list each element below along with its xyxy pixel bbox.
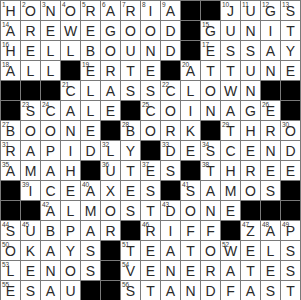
grid-cell[interactable]: L — [81, 81, 101, 101]
grid-cell[interactable]: 22C — [161, 81, 181, 101]
grid-cell[interactable]: E — [141, 61, 161, 81]
grid-cell[interactable]: S — [281, 261, 301, 281]
cell-letter: R — [241, 163, 260, 180]
grid-cell[interactable]: D — [161, 41, 181, 61]
cell-letter: L — [101, 143, 120, 160]
grid-cell[interactable]: 43D — [161, 201, 181, 221]
grid-cell[interactable]: 24C — [41, 101, 61, 121]
cell-letter: X — [101, 183, 120, 200]
black-cell — [181, 41, 201, 61]
cell-letter: N — [241, 23, 260, 40]
grid-cell[interactable]: 5R — [81, 1, 101, 21]
grid-cell[interactable]: S — [81, 241, 101, 261]
grid-cell[interactable]: T — [281, 281, 301, 300]
grid-cell[interactable]: R — [101, 61, 121, 81]
grid-cell[interactable]: 34S — [201, 141, 221, 161]
cell-letter: T — [141, 203, 160, 220]
cell-letter: E — [141, 263, 160, 280]
cell-letter: E — [61, 183, 80, 200]
grid-cell[interactable]: X — [101, 181, 121, 201]
grid-cell[interactable]: E — [101, 101, 121, 121]
cell-letter: S — [81, 243, 100, 260]
grid-cell[interactable]: 31R — [1, 141, 21, 161]
black-cell — [261, 81, 281, 101]
grid-cell[interactable]: 17E — [201, 41, 221, 61]
cell-letter: S — [21, 103, 40, 120]
cell-letter: N — [241, 83, 260, 100]
grid-cell[interactable]: R — [101, 221, 121, 241]
grid-cell[interactable]: 3N — [41, 1, 61, 21]
grid-cell[interactable]: 37E — [141, 161, 161, 181]
grid-cell[interactable]: E — [81, 121, 101, 141]
grid-cell[interactable]: H — [221, 161, 241, 181]
cell-letter: E — [141, 63, 160, 80]
grid-cell[interactable]: 10J — [221, 1, 241, 21]
grid-cell[interactable]: E — [181, 141, 201, 161]
grid-cell[interactable]: E — [61, 181, 81, 201]
cell-letter: E — [81, 63, 100, 80]
grid-cell[interactable]: E — [241, 241, 261, 261]
grid-cell[interactable]: L — [41, 41, 61, 61]
grid-cell[interactable]: 15G — [201, 21, 221, 41]
grid-cell[interactable]: 19E — [81, 61, 101, 81]
grid-cell[interactable]: U — [61, 281, 81, 300]
cell-letter: S — [121, 203, 140, 220]
grid-cell[interactable]: W — [61, 21, 81, 41]
cell-letter: E — [121, 183, 140, 200]
grid-cell[interactable]: 41S — [181, 181, 201, 201]
grid-cell[interactable]: P — [41, 141, 61, 161]
cell-letter: O — [201, 83, 220, 100]
grid-cell[interactable]: E — [121, 181, 141, 201]
grid-cell[interactable]: 39I — [21, 181, 41, 201]
grid-cell[interactable]: O — [121, 21, 141, 41]
cell-letter: D — [161, 143, 180, 160]
cell-letter: E — [221, 203, 240, 220]
black-cell — [281, 101, 301, 121]
cell-letter: S — [261, 183, 280, 200]
grid-cell[interactable]: 47Z — [241, 221, 261, 241]
grid-cell[interactable]: N — [61, 121, 81, 141]
black-cell — [21, 201, 41, 221]
black-cell — [281, 181, 301, 201]
cell-letter: N — [261, 63, 280, 80]
grid-cell[interactable]: A — [41, 241, 61, 261]
grid-cell[interactable]: H — [241, 121, 261, 141]
grid-cell[interactable]: N — [141, 41, 161, 61]
cell-letter: D — [161, 203, 180, 220]
grid-cell[interactable]: O — [161, 101, 181, 121]
cell-letter: O — [141, 23, 160, 40]
grid-cell[interactable]: O — [201, 241, 221, 261]
grid-cell[interactable]: I — [261, 21, 281, 41]
grid-cell[interactable]: T — [221, 61, 241, 81]
grid-cell[interactable]: Y — [281, 41, 301, 61]
grid-cell[interactable]: N — [201, 101, 221, 121]
cell-letter: S — [261, 283, 280, 300]
grid-cell[interactable]: G — [241, 101, 261, 121]
grid-cell[interactable]: W — [221, 81, 241, 101]
grid-cell[interactable]: 35A — [1, 161, 21, 181]
grid-cell[interactable]: S — [81, 261, 101, 281]
grid-cell[interactable]: N — [241, 21, 261, 41]
cell-letter: U — [121, 43, 140, 60]
grid-cell[interactable]: B — [41, 221, 61, 241]
cell-letter: O — [21, 123, 40, 140]
grid-cell[interactable]: 30O — [281, 121, 301, 141]
cell-letter: A — [1, 63, 20, 80]
grid-cell[interactable]: S — [141, 81, 161, 101]
grid-cell[interactable]: K — [21, 241, 41, 261]
black-cell — [261, 201, 281, 221]
grid-cell[interactable]: T — [181, 241, 201, 261]
grid-cell[interactable]: T — [141, 201, 161, 221]
cell-letter: E — [261, 103, 280, 120]
grid-cell[interactable]: 44S — [1, 221, 21, 241]
grid-cell[interactable]: D — [201, 281, 221, 300]
grid-cell[interactable]: S — [21, 281, 41, 300]
grid-cell[interactable]: 4O — [61, 1, 81, 21]
cell-letter: L — [61, 203, 80, 220]
grid-cell[interactable]: 23S — [21, 101, 41, 121]
grid-cell[interactable]: S — [121, 201, 141, 221]
grid-cell[interactable]: 40A — [81, 181, 101, 201]
cell-letter: S — [281, 3, 300, 20]
grid-cell[interactable]: M — [21, 161, 41, 181]
grid-cell[interactable]: S — [261, 181, 281, 201]
cell-letter: N — [181, 283, 200, 300]
cell-letter: A — [161, 243, 180, 260]
grid-cell[interactable]: O — [21, 121, 41, 141]
grid-cell[interactable]: N — [41, 261, 61, 281]
grid-cell[interactable]: L — [61, 41, 81, 61]
grid-cell[interactable]: A — [41, 281, 61, 300]
grid-cell[interactable]: 46R — [141, 221, 161, 241]
grid-cell[interactable]: 49P — [281, 221, 301, 241]
grid-cell[interactable]: A — [61, 101, 81, 121]
cell-letter: A — [101, 3, 120, 20]
cell-letter: A — [221, 103, 240, 120]
black-cell — [81, 161, 101, 181]
grid-cell[interactable]: 6A — [101, 1, 121, 21]
grid-cell[interactable]: E — [281, 61, 301, 81]
cell-letter: I — [181, 103, 200, 120]
cell-letter: R — [21, 23, 40, 40]
cell-letter: I — [61, 143, 80, 160]
grid-cell[interactable]: T — [141, 281, 161, 300]
grid-cell[interactable]: I — [161, 221, 181, 241]
grid-cell[interactable]: S — [121, 81, 141, 101]
grid-cell[interactable]: 18A — [1, 61, 21, 81]
black-cell — [121, 221, 141, 241]
grid-cell[interactable]: Y — [61, 241, 81, 261]
cell-letter: H — [241, 123, 260, 140]
grid-cell[interactable]: E — [261, 161, 281, 181]
grid-cell[interactable]: O — [241, 181, 261, 201]
grid-cell[interactable]: E — [241, 141, 261, 161]
grid-cell[interactable]: S — [261, 281, 281, 300]
cell-letter: C — [61, 83, 80, 100]
cell-letter: E — [101, 103, 120, 120]
grid-cell[interactable]: A — [221, 261, 241, 281]
cell-letter: R — [1, 143, 20, 160]
cell-letter: Z — [241, 223, 260, 240]
grid-cell[interactable]: 8I — [141, 1, 161, 21]
cell-letter: R — [101, 223, 120, 240]
grid-cell[interactable]: O — [141, 21, 161, 41]
grid-cell[interactable]: A — [201, 181, 221, 201]
cell-letter: R — [141, 223, 160, 240]
grid-cell[interactable]: U — [121, 41, 141, 61]
grid-cell[interactable]: 51T — [121, 241, 141, 261]
grid-cell[interactable]: 36U — [101, 161, 121, 181]
grid-cell[interactable]: L — [61, 201, 81, 221]
black-cell — [201, 1, 221, 21]
grid-cell[interactable]: C — [221, 141, 241, 161]
cell-letter: T — [121, 63, 140, 80]
cell-letter: M — [21, 163, 40, 180]
cell-letter: W — [221, 243, 240, 260]
cell-letter: P — [41, 143, 60, 160]
grid-cell[interactable]: E — [21, 41, 41, 61]
grid-cell[interactable]: O — [101, 41, 121, 61]
cell-letter: P — [281, 223, 300, 240]
grid-cell[interactable]: S — [241, 41, 261, 61]
grid-cell[interactable]: O — [181, 201, 201, 221]
grid-cell[interactable]: T — [241, 261, 261, 281]
grid-cell[interactable]: E — [81, 21, 101, 41]
black-cell — [241, 201, 261, 221]
grid-cell[interactable]: F — [201, 221, 221, 241]
cell-letter: D — [201, 283, 220, 300]
grid-cell[interactable]: R — [21, 21, 41, 41]
grid-cell[interactable]: E — [281, 161, 301, 181]
grid-cell[interactable]: O — [101, 201, 121, 221]
grid-cell[interactable]: E — [141, 241, 161, 261]
cell-letter: E — [1, 283, 20, 300]
grid-cell[interactable]: 38T — [201, 161, 221, 181]
grid-cell[interactable]: F — [221, 281, 241, 300]
grid-cell[interactable]: 56S — [121, 281, 141, 300]
grid-cell[interactable]: S — [281, 241, 301, 261]
grid-cell[interactable]: 27B — [1, 121, 21, 141]
grid-cell[interactable]: N — [201, 201, 221, 221]
grid-cell[interactable]: R — [201, 261, 221, 281]
grid-cell[interactable]: 42A — [41, 201, 61, 221]
grid-cell[interactable]: E — [141, 261, 161, 281]
grid-cell[interactable]: C — [41, 181, 61, 201]
grid-cell[interactable]: E — [181, 261, 201, 281]
grid-cell[interactable]: 53L — [1, 261, 21, 281]
grid-cell[interactable]: R — [261, 121, 281, 141]
grid-cell[interactable]: A — [221, 101, 241, 121]
cell-letter: N — [61, 123, 80, 140]
grid-cell[interactable]: 50O — [1, 241, 21, 261]
grid-cell[interactable]: K — [181, 121, 201, 141]
cell-letter: W — [221, 83, 240, 100]
grid-cell[interactable]: O — [61, 261, 81, 281]
grid-cell[interactable]: 48A — [261, 221, 281, 241]
cell-letter: C — [41, 183, 60, 200]
grid-cell[interactable]: Y — [121, 141, 141, 161]
grid-cell[interactable]: B — [81, 41, 101, 61]
grid-cell[interactable]: 25C — [141, 101, 161, 121]
grid-cell[interactable]: 32L — [101, 141, 121, 161]
cell-letter: E — [281, 63, 300, 80]
black-cell — [1, 81, 21, 101]
grid-cell[interactable]: A — [261, 41, 281, 61]
black-cell — [101, 241, 121, 261]
cell-letter: M — [81, 203, 100, 220]
grid-cell[interactable]: N — [241, 81, 261, 101]
grid-cell[interactable]: P — [61, 221, 81, 241]
grid-cell[interactable]: U — [241, 61, 261, 81]
grid-cell[interactable]: T — [201, 61, 221, 81]
grid-cell[interactable]: 1H — [1, 1, 21, 21]
grid-cell[interactable]: U — [221, 21, 241, 41]
cell-letter: O — [21, 3, 40, 20]
cell-letter: S — [21, 283, 40, 300]
grid-cell[interactable]: L — [261, 241, 281, 261]
grid-cell[interactable]: D — [161, 21, 181, 41]
grid-cell[interactable]: N — [261, 61, 281, 81]
grid-cell[interactable]: A — [101, 81, 121, 101]
grid-cell[interactable]: 11U — [241, 1, 261, 21]
black-cell — [101, 281, 121, 300]
grid-cell[interactable]: A — [161, 281, 181, 300]
grid-cell[interactable]: L — [81, 101, 101, 121]
cell-letter: S — [141, 183, 160, 200]
cell-letter: S — [121, 83, 140, 100]
cell-letter: U — [241, 3, 260, 20]
grid-cell[interactable]: E — [41, 21, 61, 41]
grid-cell[interactable]: A — [81, 221, 101, 241]
grid-cell[interactable]: 28B — [121, 121, 141, 141]
grid-cell[interactable]: 45U — [21, 221, 41, 241]
cell-letter: T — [281, 23, 300, 40]
grid-cell[interactable]: 52W — [221, 241, 241, 261]
grid-cell[interactable]: E — [21, 261, 41, 281]
grid-cell[interactable]: R — [161, 121, 181, 141]
grid-cell[interactable]: 13S — [281, 1, 301, 21]
grid-cell[interactable]: 14A — [1, 21, 21, 41]
cell-letter: D — [161, 23, 180, 40]
cell-letter: S — [241, 43, 260, 60]
grid-cell[interactable]: 33D — [161, 141, 181, 161]
grid-cell[interactable]: A — [241, 281, 261, 300]
cell-letter: N — [201, 103, 220, 120]
cell-letter: L — [61, 43, 80, 60]
grid-cell[interactable]: A — [161, 241, 181, 261]
cell-letter: A — [61, 103, 80, 120]
cell-letter: A — [41, 283, 60, 300]
black-cell — [101, 261, 121, 281]
cell-letter: S — [141, 83, 160, 100]
grid-cell[interactable]: D — [281, 141, 301, 161]
cell-letter: V — [121, 263, 140, 280]
grid-cell[interactable]: L — [181, 81, 201, 101]
grid-cell[interactable]: 55E — [1, 281, 21, 300]
cell-letter: O — [101, 203, 120, 220]
cell-letter: J — [221, 3, 240, 20]
grid-cell[interactable]: 54V — [121, 261, 141, 281]
grid-cell[interactable]: A — [21, 141, 41, 161]
black-cell — [81, 281, 101, 300]
grid-cell[interactable]: E — [261, 261, 281, 281]
grid-cell[interactable]: 16H — [1, 41, 21, 61]
grid-cell[interactable]: N — [161, 261, 181, 281]
grid-cell[interactable]: 21C — [61, 81, 81, 101]
grid-cell[interactable]: G — [101, 21, 121, 41]
cell-letter: S — [1, 223, 20, 240]
grid-cell[interactable]: O — [41, 121, 61, 141]
cell-letter: O — [41, 123, 60, 140]
grid-cell[interactable]: L — [21, 61, 41, 81]
cell-letter: F — [221, 283, 240, 300]
grid-cell[interactable]: M — [81, 201, 101, 221]
cell-letter: L — [41, 63, 60, 80]
grid-cell[interactable]: O — [201, 81, 221, 101]
grid-cell[interactable]: T — [121, 161, 141, 181]
grid-cell[interactable]: T — [121, 61, 141, 81]
cell-letter: E — [81, 123, 100, 140]
grid-cell[interactable]: 26E — [261, 101, 281, 121]
cell-letter: O — [241, 183, 260, 200]
cell-letter: A — [261, 43, 280, 60]
cell-letter: G — [101, 23, 120, 40]
cell-letter: G — [261, 3, 280, 20]
grid-cell[interactable]: I — [181, 101, 201, 121]
cell-letter: K — [21, 243, 40, 260]
cell-letter: U — [21, 223, 40, 240]
black-cell — [181, 1, 201, 21]
cell-letter: N — [261, 143, 280, 160]
grid-cell[interactable]: 7R — [121, 1, 141, 21]
grid-cell[interactable]: R — [241, 161, 261, 181]
grid-cell[interactable]: E — [221, 201, 241, 221]
cell-letter: P — [61, 223, 80, 240]
grid-cell[interactable]: S — [161, 161, 181, 181]
grid-cell[interactable]: D — [81, 141, 101, 161]
cell-letter: T — [121, 243, 140, 260]
grid-cell[interactable]: T — [281, 21, 301, 41]
black-cell — [161, 181, 181, 201]
grid-cell[interactable]: S — [141, 181, 161, 201]
grid-cell[interactable]: H — [61, 161, 81, 181]
grid-cell[interactable]: A — [41, 161, 61, 181]
cell-letter: O — [161, 103, 180, 120]
black-cell — [161, 61, 181, 81]
grid-cell[interactable]: 2O — [21, 1, 41, 21]
cell-letter: E — [81, 23, 100, 40]
grid-cell[interactable]: 20A — [181, 61, 201, 81]
grid-cell[interactable]: S — [221, 41, 241, 61]
grid-cell[interactable]: M — [221, 181, 241, 201]
grid-cell[interactable]: F — [181, 221, 201, 241]
cell-letter: A — [221, 263, 240, 280]
grid-cell[interactable]: O — [141, 121, 161, 141]
grid-cell[interactable]: 12G — [261, 1, 281, 21]
grid-cell[interactable]: L — [41, 61, 61, 81]
grid-cell[interactable]: I — [61, 141, 81, 161]
black-cell — [1, 101, 21, 121]
grid-cell[interactable]: 29T — [221, 121, 241, 141]
cell-letter: D — [161, 43, 180, 60]
grid-cell[interactable]: N — [181, 281, 201, 300]
black-cell — [221, 221, 241, 241]
grid-cell[interactable]: N — [261, 141, 281, 161]
grid-cell[interactable]: 9A — [161, 1, 181, 21]
